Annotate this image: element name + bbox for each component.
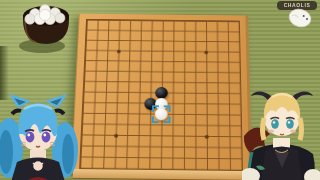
white-stones-pile [25, 5, 65, 25]
right-character-avatar [242, 88, 320, 180]
cursor-corner [152, 117, 159, 124]
cursor-corner [164, 106, 171, 113]
blush-left [268, 129, 274, 132]
cursor-corner [152, 106, 159, 113]
cat-keyhole-cutout [33, 162, 43, 170]
cursor-corner [164, 117, 171, 124]
mascot-icon [286, 6, 314, 30]
stream-overlay-root: CHAOLIS [0, 0, 320, 180]
stone-bowl [18, 0, 74, 54]
board-front-face [73, 169, 249, 180]
blush-right [290, 129, 296, 132]
star-point [114, 134, 118, 138]
left-character-avatar [0, 92, 78, 180]
star-point [204, 50, 208, 54]
twintail-shade-right [62, 134, 74, 174]
move-cursor [152, 106, 171, 124]
star-point [117, 49, 121, 53]
go-board [71, 14, 252, 173]
